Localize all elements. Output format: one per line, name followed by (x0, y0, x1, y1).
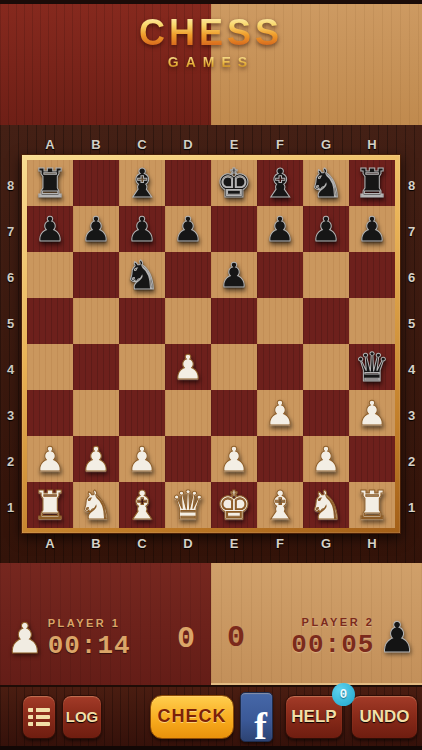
square-b5[interactable] (73, 298, 119, 344)
player1-label: PLAYER 1 (48, 617, 131, 629)
square-a4[interactable] (27, 344, 73, 390)
coord-label: 1 (401, 485, 422, 531)
coord-label: C (119, 135, 165, 154)
square-e3[interactable] (211, 390, 257, 436)
chess-board: ♜♝♚♝♞♜♟♟♟♟♟♟♟♞♟♟♛♟♟♟♟♟♟♟♜♞♝♛♚♝♞♜ (27, 160, 395, 528)
piece-white-pawn[interactable]: ♟ (357, 390, 387, 436)
coord-label: B (73, 135, 119, 154)
coord-label: D (165, 135, 211, 154)
square-h3[interactable]: ♟ (349, 390, 395, 436)
player1-clock: 00:14 (48, 631, 131, 661)
square-d1[interactable]: ♛ (165, 482, 211, 528)
piece-white-pawn[interactable]: ♟ (81, 436, 111, 482)
square-d5[interactable] (165, 298, 211, 344)
piece-black-pawn[interactable]: ♟ (311, 206, 341, 252)
piece-white-king[interactable]: ♚ (216, 482, 252, 528)
square-b8[interactable] (73, 160, 119, 206)
piece-black-bishop[interactable]: ♝ (124, 160, 160, 206)
square-g3[interactable] (303, 390, 349, 436)
undo-button[interactable]: UNDO (351, 695, 418, 739)
black-pawn-icon: ♟ (378, 617, 416, 659)
file-labels-bottom: ABCDEFGH (27, 534, 422, 553)
square-c7[interactable]: ♟ (119, 206, 165, 252)
coord-label: E (211, 135, 257, 154)
square-g4[interactable] (303, 344, 349, 390)
coord-label: 1 (0, 485, 21, 531)
square-f3[interactable]: ♟ (257, 390, 303, 436)
coord-label: A (27, 534, 73, 553)
square-e1[interactable]: ♚ (211, 482, 257, 528)
square-a6[interactable] (27, 252, 73, 298)
rank-labels-left: 87654321 (0, 158, 21, 531)
piece-black-pawn[interactable]: ♟ (35, 206, 65, 252)
piece-black-pawn[interactable]: ♟ (173, 206, 203, 252)
player2-label: PLAYER 2 (291, 616, 374, 628)
coord-label: F (257, 135, 303, 154)
square-b2[interactable]: ♟ (73, 436, 119, 482)
square-f5[interactable] (257, 298, 303, 344)
app-title: CHESS (0, 12, 422, 54)
piece-white-pawn[interactable]: ♟ (265, 390, 295, 436)
coord-label: B (73, 534, 119, 553)
square-f1[interactable]: ♝ (257, 482, 303, 528)
piece-black-pawn[interactable]: ♟ (81, 206, 111, 252)
coord-label: G (303, 135, 349, 154)
coord-label: 7 (0, 209, 21, 255)
square-a2[interactable]: ♟ (27, 436, 73, 482)
square-g5[interactable] (303, 298, 349, 344)
piece-white-knight[interactable]: ♞ (78, 482, 114, 528)
square-d3[interactable] (165, 390, 211, 436)
player1-panel: ♟ PLAYER 1 00:14 0 (0, 563, 211, 685)
square-h1[interactable]: ♜ (349, 482, 395, 528)
piece-white-rook[interactable]: ♜ (354, 482, 390, 528)
piece-black-queen[interactable]: ♛ (354, 344, 390, 390)
square-h6[interactable] (349, 252, 395, 298)
square-g1[interactable]: ♞ (303, 482, 349, 528)
square-h4[interactable]: ♛ (349, 344, 395, 390)
square-g7[interactable]: ♟ (303, 206, 349, 252)
square-b3[interactable] (73, 390, 119, 436)
help-badge: 0 (332, 683, 355, 706)
square-b7[interactable]: ♟ (73, 206, 119, 252)
app-screen: CHESS GAMES ABCDEFGH 87654321 ♜♝♚♝♞♜♟♟♟♟… (0, 0, 422, 750)
square-e6[interactable]: ♟ (211, 252, 257, 298)
players-panel: ♟ PLAYER 1 00:14 0 0 PLAYER 2 00:05 ♟ (0, 563, 422, 685)
coord-label: 8 (401, 163, 422, 209)
menu-button[interactable] (22, 695, 56, 739)
square-h7[interactable]: ♟ (349, 206, 395, 252)
coord-label: 3 (401, 393, 422, 439)
piece-white-bishop[interactable]: ♝ (124, 482, 160, 528)
coord-label: E (211, 534, 257, 553)
square-a8[interactable]: ♜ (27, 160, 73, 206)
square-a7[interactable]: ♟ (27, 206, 73, 252)
coord-label: 6 (0, 255, 21, 301)
coord-label: D (165, 534, 211, 553)
coord-label: 4 (401, 347, 422, 393)
coord-label: 5 (0, 301, 21, 347)
piece-white-pawn[interactable]: ♟ (173, 344, 203, 390)
coord-label: 7 (401, 209, 422, 255)
log-button[interactable]: LOG (62, 695, 102, 739)
piece-black-bishop[interactable]: ♝ (262, 160, 298, 206)
player1-score: 0 (177, 622, 195, 656)
coord-label: 5 (401, 301, 422, 347)
piece-white-pawn[interactable]: ♟ (127, 436, 157, 482)
coord-label: A (27, 135, 73, 154)
square-b1[interactable]: ♞ (73, 482, 119, 528)
piece-black-rook[interactable]: ♜ (32, 160, 68, 206)
app-logo: CHESS GAMES (0, 12, 422, 70)
square-b6[interactable] (73, 252, 119, 298)
player2-clock: 00:05 (291, 630, 374, 660)
board-frame: ♜♝♚♝♞♜♟♟♟♟♟♟♟♞♟♟♛♟♟♟♟♟♟♟♜♞♝♛♚♝♞♜ (21, 154, 401, 534)
square-c3[interactable] (119, 390, 165, 436)
square-f4[interactable] (257, 344, 303, 390)
piece-black-knight[interactable]: ♞ (124, 252, 160, 298)
list-icon (28, 705, 50, 729)
player2-panel: 0 PLAYER 2 00:05 ♟ (211, 563, 422, 685)
header: CHESS GAMES (0, 0, 422, 125)
square-g6[interactable] (303, 252, 349, 298)
square-c8[interactable]: ♝ (119, 160, 165, 206)
square-d2[interactable] (165, 436, 211, 482)
square-e5[interactable] (211, 298, 257, 344)
piece-white-pawn[interactable]: ♟ (311, 436, 341, 482)
coord-label: 4 (0, 347, 21, 393)
facebook-icon: f (254, 711, 267, 741)
coord-label: C (119, 534, 165, 553)
square-c1[interactable]: ♝ (119, 482, 165, 528)
square-h2[interactable] (349, 436, 395, 482)
piece-white-queen[interactable]: ♛ (170, 482, 206, 528)
piece-white-rook[interactable]: ♜ (32, 482, 68, 528)
coord-label: 2 (0, 439, 21, 485)
piece-black-knight[interactable]: ♞ (308, 160, 344, 206)
check-button[interactable]: CHECK (150, 695, 234, 739)
file-labels-top: ABCDEFGH (27, 135, 422, 154)
square-e4[interactable] (211, 344, 257, 390)
coord-label: G (303, 534, 349, 553)
piece-black-pawn[interactable]: ♟ (357, 206, 387, 252)
square-f2[interactable] (257, 436, 303, 482)
square-b4[interactable] (73, 344, 119, 390)
player2-score: 0 (227, 621, 245, 655)
board-area: ABCDEFGH 87654321 ♜♝♚♝♞♜♟♟♟♟♟♟♟♞♟♟♛♟♟♟♟♟… (0, 125, 422, 563)
facebook-button[interactable]: f (240, 692, 273, 742)
square-a5[interactable] (27, 298, 73, 344)
square-h5[interactable] (349, 298, 395, 344)
square-c6[interactable]: ♞ (119, 252, 165, 298)
coord-label: 8 (0, 163, 21, 209)
square-g8[interactable]: ♞ (303, 160, 349, 206)
square-g2[interactable]: ♟ (303, 436, 349, 482)
square-a1[interactable]: ♜ (27, 482, 73, 528)
square-e7[interactable] (211, 206, 257, 252)
piece-white-pawn[interactable]: ♟ (219, 436, 249, 482)
square-c4[interactable] (119, 344, 165, 390)
rank-labels-right: 87654321 (401, 158, 422, 531)
piece-black-pawn[interactable]: ♟ (265, 206, 295, 252)
coord-label: H (349, 534, 395, 553)
square-f7[interactable]: ♟ (257, 206, 303, 252)
coord-label: 3 (0, 393, 21, 439)
coord-label: 6 (401, 255, 422, 301)
white-pawn-icon: ♟ (6, 618, 44, 660)
square-f6[interactable] (257, 252, 303, 298)
square-h8[interactable]: ♜ (349, 160, 395, 206)
square-c2[interactable]: ♟ (119, 436, 165, 482)
piece-white-bishop[interactable]: ♝ (262, 482, 298, 528)
piece-white-pawn[interactable]: ♟ (35, 436, 65, 482)
app-subtitle: GAMES (0, 54, 422, 70)
coord-label: H (349, 135, 395, 154)
square-d8[interactable] (165, 160, 211, 206)
piece-white-knight[interactable]: ♞ (308, 482, 344, 528)
square-f8[interactable]: ♝ (257, 160, 303, 206)
help-button-label: HELP (291, 707, 336, 727)
piece-black-rook[interactable]: ♜ (354, 160, 390, 206)
square-d4[interactable]: ♟ (165, 344, 211, 390)
coord-label: 2 (401, 439, 422, 485)
piece-black-pawn[interactable]: ♟ (127, 206, 157, 252)
piece-black-king[interactable]: ♚ (216, 160, 252, 206)
square-e8[interactable]: ♚ (211, 160, 257, 206)
square-d7[interactable]: ♟ (165, 206, 211, 252)
square-c5[interactable] (119, 298, 165, 344)
square-d6[interactable] (165, 252, 211, 298)
toolbar: LOG CHECK f HELP 0 UNDO (0, 685, 422, 750)
help-button[interactable]: HELP 0 (285, 695, 343, 739)
coord-label: F (257, 534, 303, 553)
piece-black-pawn[interactable]: ♟ (219, 252, 249, 298)
square-a3[interactable] (27, 390, 73, 436)
square-e2[interactable]: ♟ (211, 436, 257, 482)
